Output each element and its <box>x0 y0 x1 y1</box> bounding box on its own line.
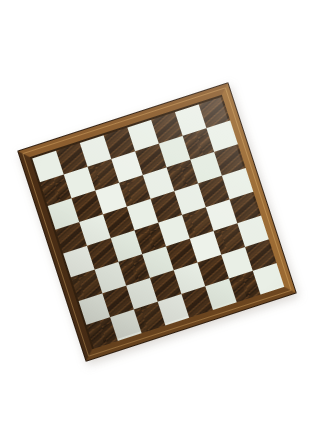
photo-background <box>0 0 316 448</box>
chess-board <box>17 82 297 362</box>
board-frame <box>18 83 295 360</box>
board-squares-grid <box>32 97 284 349</box>
board-inner-groove <box>30 95 285 350</box>
